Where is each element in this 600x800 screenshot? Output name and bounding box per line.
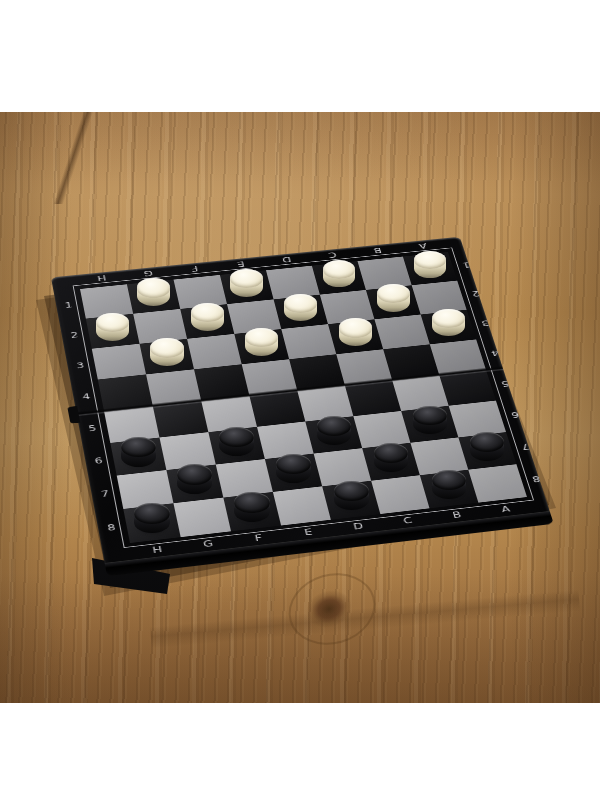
square-G6[interactable]: [159, 432, 215, 470]
square-A7[interactable]: [458, 432, 516, 470]
checkers-board: HHGGFFEEDDCCBBAA1122334455667788: [80, 252, 527, 543]
square-E7[interactable]: [265, 454, 322, 492]
square-C4[interactable]: [336, 349, 392, 385]
square-G8[interactable]: [173, 498, 231, 538]
square-G7[interactable]: [166, 465, 223, 504]
square-D1[interactable]: [266, 266, 320, 300]
square-A4[interactable]: [430, 339, 486, 374]
square-F3[interactable]: [187, 334, 242, 369]
square-G5[interactable]: [153, 400, 209, 437]
square-A8[interactable]: [468, 464, 527, 502]
square-E1[interactable]: [220, 270, 274, 304]
square-D3[interactable]: [281, 324, 336, 359]
square-A5[interactable]: [439, 370, 496, 406]
square-H8[interactable]: [123, 503, 180, 543]
square-F1[interactable]: [174, 275, 228, 309]
square-E5[interactable]: [249, 390, 305, 427]
square-F7[interactable]: [216, 459, 273, 498]
square-D8[interactable]: [322, 481, 380, 520]
square-E2[interactable]: [227, 299, 281, 334]
square-G1[interactable]: [127, 280, 180, 314]
square-A2[interactable]: [412, 281, 467, 315]
square-H5[interactable]: [104, 406, 159, 443]
square-F8[interactable]: [223, 492, 281, 531]
square-F6[interactable]: [208, 427, 264, 465]
square-F4[interactable]: [194, 364, 249, 400]
square-D5[interactable]: [297, 385, 353, 422]
white-background-top: [0, 0, 600, 112]
square-H4[interactable]: [98, 374, 153, 410]
square-A6[interactable]: [449, 401, 506, 438]
square-H1[interactable]: [80, 284, 133, 318]
square-E6[interactable]: [257, 421, 314, 459]
white-background-bottom: [0, 703, 600, 800]
product-photo: HHGGFFEEDDCCBBAA1122334455667788: [0, 0, 600, 800]
square-C1[interactable]: [312, 261, 366, 295]
square-E8[interactable]: [273, 486, 331, 525]
square-G3[interactable]: [140, 339, 194, 375]
square-D2[interactable]: [274, 295, 328, 329]
square-E4[interactable]: [242, 359, 297, 395]
square-C3[interactable]: [328, 319, 383, 354]
board-grid: [80, 252, 527, 543]
square-G4[interactable]: [146, 369, 201, 405]
square-G2[interactable]: [133, 309, 187, 344]
square-H2[interactable]: [86, 314, 140, 349]
square-A3[interactable]: [421, 310, 477, 345]
square-F2[interactable]: [180, 304, 234, 339]
square-C2[interactable]: [320, 290, 375, 324]
square-H3[interactable]: [92, 344, 146, 380]
square-D7[interactable]: [314, 448, 371, 486]
square-D6[interactable]: [305, 416, 362, 453]
square-F5[interactable]: [201, 395, 257, 432]
square-E3[interactable]: [234, 329, 289, 364]
square-D4[interactable]: [289, 354, 345, 390]
square-A1[interactable]: [403, 252, 457, 285]
